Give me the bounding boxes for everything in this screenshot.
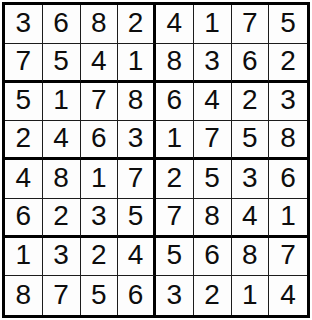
cell-r4c1[interactable]: 2 — [5, 121, 43, 160]
sudoku-board: 3682417575418362517864232463175848172536… — [2, 2, 310, 318]
cell-r4c6[interactable]: 7 — [194, 121, 232, 160]
cell-r5c7[interactable]: 3 — [232, 160, 270, 199]
cell-r3c3[interactable]: 7 — [81, 83, 119, 122]
cell-r6c5[interactable]: 7 — [156, 199, 194, 238]
cell-r8c5[interactable]: 3 — [156, 276, 194, 315]
cell-r5c8[interactable]: 6 — [269, 160, 307, 199]
cell-r1c5[interactable]: 4 — [156, 5, 194, 44]
cell-r6c7[interactable]: 4 — [232, 199, 270, 238]
cell-r3c7[interactable]: 2 — [232, 83, 270, 122]
cell-r3c4[interactable]: 8 — [118, 83, 156, 122]
cell-r7c7[interactable]: 8 — [232, 238, 270, 277]
cell-r1c7[interactable]: 7 — [232, 5, 270, 44]
cell-r6c4[interactable]: 5 — [118, 199, 156, 238]
cell-r2c4[interactable]: 1 — [118, 44, 156, 83]
cell-r6c8[interactable]: 1 — [269, 199, 307, 238]
cell-r2c6[interactable]: 3 — [194, 44, 232, 83]
cell-r3c8[interactable]: 3 — [269, 83, 307, 122]
cell-r7c5[interactable]: 5 — [156, 238, 194, 277]
cell-r2c3[interactable]: 4 — [81, 44, 119, 83]
cell-r5c2[interactable]: 8 — [43, 160, 81, 199]
cell-r7c4[interactable]: 4 — [118, 238, 156, 277]
cell-r4c7[interactable]: 5 — [232, 121, 270, 160]
cell-r4c4[interactable]: 3 — [118, 121, 156, 160]
page: 3682417575418362517864232463175848172536… — [0, 0, 312, 320]
cell-r3c5[interactable]: 6 — [156, 83, 194, 122]
cell-r5c6[interactable]: 5 — [194, 160, 232, 199]
cell-r2c1[interactable]: 7 — [5, 44, 43, 83]
cell-r3c6[interactable]: 4 — [194, 83, 232, 122]
cell-r5c4[interactable]: 7 — [118, 160, 156, 199]
cell-r8c1[interactable]: 8 — [5, 276, 43, 315]
cell-r2c2[interactable]: 5 — [43, 44, 81, 83]
cell-r6c2[interactable]: 2 — [43, 199, 81, 238]
cell-r8c6[interactable]: 2 — [194, 276, 232, 315]
cell-r8c7[interactable]: 1 — [232, 276, 270, 315]
cell-r6c3[interactable]: 3 — [81, 199, 119, 238]
cell-r4c8[interactable]: 8 — [269, 121, 307, 160]
cell-r4c3[interactable]: 6 — [81, 121, 119, 160]
cell-r7c3[interactable]: 2 — [81, 238, 119, 277]
cell-r4c5[interactable]: 1 — [156, 121, 194, 160]
cell-r5c1[interactable]: 4 — [5, 160, 43, 199]
cell-r7c1[interactable]: 1 — [5, 238, 43, 277]
cell-r8c4[interactable]: 6 — [118, 276, 156, 315]
cell-r3c2[interactable]: 1 — [43, 83, 81, 122]
cell-r8c2[interactable]: 7 — [43, 276, 81, 315]
cell-r2c5[interactable]: 8 — [156, 44, 194, 83]
cell-r8c8[interactable]: 4 — [269, 276, 307, 315]
cell-r8c3[interactable]: 5 — [81, 276, 119, 315]
cell-r2c8[interactable]: 2 — [269, 44, 307, 83]
cell-r5c3[interactable]: 1 — [81, 160, 119, 199]
cell-r5c5[interactable]: 2 — [156, 160, 194, 199]
cell-r1c1[interactable]: 3 — [5, 5, 43, 44]
cell-r7c2[interactable]: 3 — [43, 238, 81, 277]
cell-r1c4[interactable]: 2 — [118, 5, 156, 44]
cell-r7c6[interactable]: 6 — [194, 238, 232, 277]
cell-r2c7[interactable]: 6 — [232, 44, 270, 83]
cell-r4c2[interactable]: 4 — [43, 121, 81, 160]
cell-r6c1[interactable]: 6 — [5, 199, 43, 238]
cell-r1c6[interactable]: 1 — [194, 5, 232, 44]
cell-r3c1[interactable]: 5 — [5, 83, 43, 122]
cell-r1c2[interactable]: 6 — [43, 5, 81, 44]
cell-r1c3[interactable]: 8 — [81, 5, 119, 44]
cell-r6c6[interactable]: 8 — [194, 199, 232, 238]
cell-r7c8[interactable]: 7 — [269, 238, 307, 277]
cell-r1c8[interactable]: 5 — [269, 5, 307, 44]
